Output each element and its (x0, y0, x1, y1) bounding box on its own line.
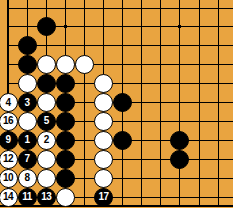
stone-black-move-13: 13 (37, 188, 56, 207)
move-number-label: 1 (25, 135, 30, 145)
grid-line-vertical (160, 0, 161, 207)
stone-black-move-11: 11 (18, 188, 37, 207)
stone-black-move-1: 1 (18, 131, 37, 150)
grid-line-vertical (179, 0, 180, 207)
stone-white (94, 169, 113, 188)
stone-white (37, 150, 56, 169)
stone-white (37, 55, 56, 74)
move-number-label: 2 (44, 135, 49, 145)
stone-black-move-3: 3 (18, 93, 37, 112)
stone-white-move-2: 2 (37, 131, 56, 150)
board-edge-bottom (0, 205, 233, 208)
stone-black (56, 74, 75, 93)
stone-black (170, 131, 189, 150)
stone-black (113, 131, 132, 150)
stone-white-move-4: 4 (0, 93, 18, 112)
stone-white (18, 74, 37, 93)
stone-white (56, 188, 75, 207)
stone-black (37, 74, 56, 93)
stone-white (94, 74, 113, 93)
stone-black (18, 36, 37, 55)
move-number-label: 7 (25, 154, 30, 164)
grid-line-horizontal (7, 8, 233, 9)
stone-white (56, 55, 75, 74)
stone-white-move-16: 16 (0, 112, 18, 131)
stone-white (94, 112, 113, 131)
stone-white (75, 55, 94, 74)
stone-white (94, 150, 113, 169)
grid-line-vertical (141, 0, 142, 207)
stone-white (37, 169, 56, 188)
stone-black-move-5: 5 (37, 112, 56, 131)
grid-line-vertical (199, 0, 200, 207)
go-board-diagram: 4316591212710814111317 (0, 0, 233, 208)
move-number-label: 11 (22, 192, 32, 202)
move-number-label: 8 (25, 173, 30, 183)
stone-black (56, 169, 75, 188)
move-number-label: 14 (3, 192, 13, 202)
star-point (64, 25, 67, 28)
stone-black (170, 150, 189, 169)
grid-line-horizontal (7, 45, 233, 46)
stone-white (94, 93, 113, 112)
grid-line-vertical (84, 0, 85, 207)
stone-black (113, 93, 132, 112)
stone-white-move-10: 10 (0, 169, 18, 188)
stone-black (56, 150, 75, 169)
move-number-label: 9 (5, 135, 10, 145)
stone-black-move-17: 17 (94, 188, 113, 207)
move-number-label: 12 (3, 154, 13, 164)
stone-black (18, 55, 37, 74)
stone-black-move-9: 9 (0, 131, 18, 150)
stone-white-move-8: 8 (18, 169, 37, 188)
move-number-label: 5 (44, 116, 49, 126)
stone-white-move-14: 14 (0, 188, 18, 207)
stone-black-move-7: 7 (18, 150, 37, 169)
move-number-label: 10 (3, 173, 13, 183)
stone-black (56, 93, 75, 112)
move-number-label: 13 (41, 192, 51, 202)
star-point (178, 25, 181, 28)
stone-white-move-12: 12 (0, 150, 18, 169)
move-number-label: 16 (3, 116, 13, 126)
move-number-label: 17 (98, 192, 108, 202)
go-board[interactable]: 4316591212710814111317 (0, 0, 233, 208)
stone-white (18, 112, 37, 131)
stone-black (37, 17, 56, 36)
stone-black (56, 112, 75, 131)
stone-white (94, 131, 113, 150)
move-number-label: 3 (25, 98, 30, 108)
stone-white (37, 93, 56, 112)
move-number-label: 4 (5, 98, 10, 108)
stone-black (56, 131, 75, 150)
grid-line-vertical (218, 0, 219, 207)
